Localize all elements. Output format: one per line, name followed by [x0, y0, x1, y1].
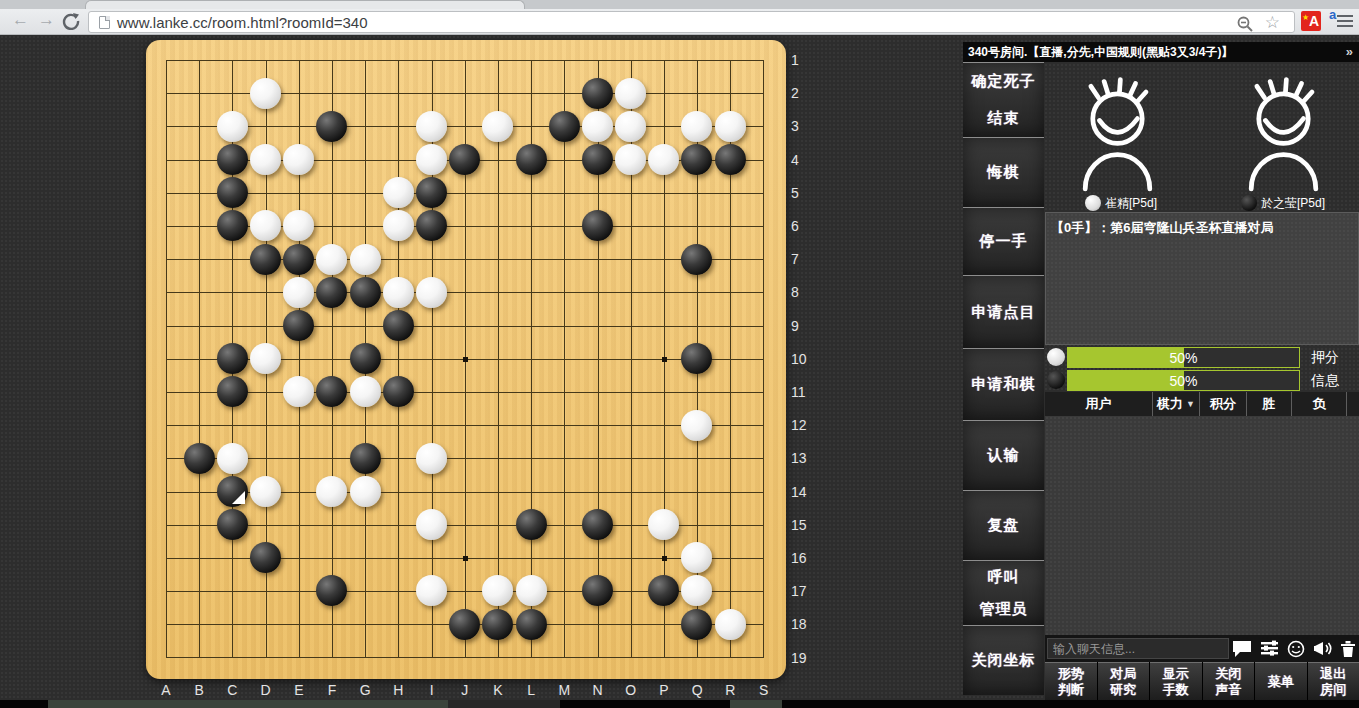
board-intersection[interactable]	[349, 276, 382, 309]
board-intersection[interactable]	[714, 276, 747, 309]
board-intersection[interactable]	[514, 309, 547, 342]
board-intersection[interactable]	[149, 541, 182, 574]
board-intersection[interactable]	[216, 309, 249, 342]
board-intersection[interactable]	[249, 43, 282, 76]
board-intersection[interactable]	[581, 276, 614, 309]
board-intersection[interactable]	[249, 143, 282, 176]
board-intersection[interactable]	[349, 77, 382, 110]
board-intersection[interactable]	[249, 608, 282, 641]
url-bar[interactable]: www.lanke.cc/room.html?roomId=340 ☆	[88, 11, 1295, 33]
board-intersection[interactable]	[315, 541, 348, 574]
zoom-magnifier-icon[interactable]	[1236, 15, 1254, 33]
board-intersection[interactable]	[614, 176, 647, 209]
board-intersection[interactable]	[647, 641, 680, 674]
board-intersection[interactable]	[249, 574, 282, 607]
board-intersection[interactable]	[415, 43, 448, 76]
smiley-icon[interactable]	[1287, 640, 1305, 658]
board-intersection[interactable]	[183, 209, 216, 242]
board-intersection[interactable]	[183, 77, 216, 110]
translate-extension-icon[interactable]: ★ A	[1301, 11, 1321, 31]
board-intersection[interactable]	[548, 209, 581, 242]
board-intersection[interactable]	[614, 541, 647, 574]
board-intersection[interactable]	[747, 143, 780, 176]
board-intersection[interactable]	[249, 209, 282, 242]
active-tab[interactable]	[85, 0, 525, 9]
board-intersection[interactable]	[548, 408, 581, 441]
resign-button[interactable]: 认输	[963, 420, 1044, 490]
board-intersection[interactable]	[680, 408, 713, 441]
board-intersection[interactable]	[149, 375, 182, 408]
board-intersection[interactable]	[282, 143, 315, 176]
board-intersection[interactable]	[315, 243, 348, 276]
megaphone-icon[interactable]	[1313, 640, 1333, 657]
board-intersection[interactable]	[747, 608, 780, 641]
board-intersection[interactable]	[382, 43, 415, 76]
board-intersection[interactable]	[481, 608, 514, 641]
board-intersection[interactable]	[249, 508, 282, 541]
board-intersection[interactable]	[581, 508, 614, 541]
board-intersection[interactable]	[747, 77, 780, 110]
board-intersection[interactable]	[415, 276, 448, 309]
board-intersection[interactable]	[249, 309, 282, 342]
board-intersection[interactable]	[282, 508, 315, 541]
board-intersection[interactable]	[315, 110, 348, 143]
board-intersection[interactable]	[183, 442, 216, 475]
board-intersection[interactable]	[647, 608, 680, 641]
board-intersection[interactable]	[448, 243, 481, 276]
board-intersection[interactable]	[614, 608, 647, 641]
board-intersection[interactable]	[349, 475, 382, 508]
board-intersection[interactable]	[216, 641, 249, 674]
board-intersection[interactable]	[481, 375, 514, 408]
board-intersection[interactable]	[149, 442, 182, 475]
board-intersection[interactable]	[747, 176, 780, 209]
board-intersection[interactable]	[216, 243, 249, 276]
board-intersection[interactable]	[448, 276, 481, 309]
board-intersection[interactable]	[216, 574, 249, 607]
board-intersection[interactable]	[282, 641, 315, 674]
board-intersection[interactable]	[382, 508, 415, 541]
board-intersection[interactable]	[680, 342, 713, 375]
board-intersection[interactable]	[282, 475, 315, 508]
board-intersection[interactable]	[315, 77, 348, 110]
call-admin-button[interactable]: 呼叫 管理员	[963, 560, 1044, 625]
board-intersection[interactable]	[282, 574, 315, 607]
board-intersection[interactable]	[216, 508, 249, 541]
board-intersection[interactable]	[448, 110, 481, 143]
show-move-numbers-button[interactable]: 显示手数	[1150, 662, 1202, 700]
board-intersection[interactable]	[714, 574, 747, 607]
board-intersection[interactable]	[448, 209, 481, 242]
board-intersection[interactable]	[282, 541, 315, 574]
header-losses[interactable]: 负	[1292, 392, 1347, 416]
board-intersection[interactable]	[548, 574, 581, 607]
board-intersection[interactable]	[614, 276, 647, 309]
board-intersection[interactable]	[481, 276, 514, 309]
board-intersection[interactable]	[514, 475, 547, 508]
board-intersection[interactable]	[216, 541, 249, 574]
board-intersection[interactable]	[448, 574, 481, 607]
board-intersection[interactable]	[581, 608, 614, 641]
board-intersection[interactable]	[382, 641, 415, 674]
board-intersection[interactable]	[183, 143, 216, 176]
board-intersection[interactable]	[183, 342, 216, 375]
board-intersection[interactable]	[349, 110, 382, 143]
menu-icon[interactable]	[1337, 15, 1353, 28]
board-intersection[interactable]	[714, 176, 747, 209]
board-intersection[interactable]	[448, 375, 481, 408]
mixer-list-icon[interactable]	[1260, 640, 1279, 657]
board-intersection[interactable]	[514, 243, 547, 276]
board-intersection[interactable]	[315, 342, 348, 375]
board-intersection[interactable]	[183, 276, 216, 309]
board-intersection[interactable]	[614, 243, 647, 276]
board-intersection[interactable]	[514, 342, 547, 375]
board-intersection[interactable]	[481, 110, 514, 143]
board-intersection[interactable]	[481, 176, 514, 209]
board-intersection[interactable]	[183, 110, 216, 143]
board-intersection[interactable]	[315, 143, 348, 176]
board-intersection[interactable]	[382, 309, 415, 342]
board-intersection[interactable]	[382, 276, 415, 309]
board-intersection[interactable]	[581, 541, 614, 574]
board-intersection[interactable]	[680, 276, 713, 309]
board-intersection[interactable]	[349, 342, 382, 375]
board-intersection[interactable]	[714, 143, 747, 176]
board-intersection[interactable]	[714, 608, 747, 641]
board-intersection[interactable]	[183, 43, 216, 76]
board-intersection[interactable]	[415, 375, 448, 408]
board-intersection[interactable]	[382, 442, 415, 475]
board-intersection[interactable]	[514, 276, 547, 309]
board-intersection[interactable]	[614, 475, 647, 508]
back-icon[interactable]: ←	[12, 10, 29, 30]
board-intersection[interactable]	[614, 143, 647, 176]
board-intersection[interactable]	[349, 176, 382, 209]
board-intersection[interactable]	[680, 574, 713, 607]
board-intersection[interactable]	[382, 375, 415, 408]
board-intersection[interactable]	[249, 475, 282, 508]
board-intersection[interactable]	[647, 408, 680, 441]
board-intersection[interactable]	[680, 508, 713, 541]
board-intersection[interactable]	[349, 243, 382, 276]
board-intersection[interactable]	[747, 243, 780, 276]
board-intersection[interactable]	[581, 176, 614, 209]
board-intersection[interactable]	[349, 608, 382, 641]
board-intersection[interactable]	[216, 375, 249, 408]
board-intersection[interactable]	[680, 309, 713, 342]
board-intersection[interactable]	[183, 574, 216, 607]
board-intersection[interactable]	[747, 375, 780, 408]
board-intersection[interactable]	[581, 243, 614, 276]
board-intersection[interactable]	[614, 342, 647, 375]
board-intersection[interactable]	[349, 541, 382, 574]
request-draw-button[interactable]: 申请和棋	[963, 348, 1044, 420]
board-intersection[interactable]	[282, 243, 315, 276]
board-intersection[interactable]	[183, 541, 216, 574]
board-intersection[interactable]	[647, 110, 680, 143]
board-intersection[interactable]	[382, 143, 415, 176]
board-intersection[interactable]	[548, 342, 581, 375]
board-intersection[interactable]	[448, 641, 481, 674]
forward-icon[interactable]: →	[38, 10, 55, 30]
board-intersection[interactable]	[448, 143, 481, 176]
header-rank[interactable]: 棋力▼	[1153, 392, 1200, 416]
board-intersection[interactable]	[448, 43, 481, 76]
board-intersection[interactable]	[382, 209, 415, 242]
board-intersection[interactable]	[548, 77, 581, 110]
board-intersection[interactable]	[514, 442, 547, 475]
header-user[interactable]: 用户	[1045, 392, 1153, 416]
board-intersection[interactable]	[448, 475, 481, 508]
board-intersection[interactable]	[415, 77, 448, 110]
board-intersection[interactable]	[382, 342, 415, 375]
board-intersection[interactable]	[183, 176, 216, 209]
board-intersection[interactable]	[548, 641, 581, 674]
board-intersection[interactable]	[581, 641, 614, 674]
board-intersection[interactable]	[714, 243, 747, 276]
board-intersection[interactable]	[747, 475, 780, 508]
board-intersection[interactable]	[514, 541, 547, 574]
board-intersection[interactable]	[680, 375, 713, 408]
board-intersection[interactable]	[382, 110, 415, 143]
board-intersection[interactable]	[249, 342, 282, 375]
board-intersection[interactable]	[614, 375, 647, 408]
board-intersection[interactable]	[481, 342, 514, 375]
board-intersection[interactable]	[183, 375, 216, 408]
board-intersection[interactable]	[614, 442, 647, 475]
board-intersection[interactable]	[481, 408, 514, 441]
board-intersection[interactable]	[183, 608, 216, 641]
board-intersection[interactable]	[448, 541, 481, 574]
board-intersection[interactable]	[149, 77, 182, 110]
board-intersection[interactable]	[647, 508, 680, 541]
board-intersection[interactable]	[647, 176, 680, 209]
pass-button[interactable]: 停一手	[963, 207, 1044, 275]
board-intersection[interactable]	[315, 209, 348, 242]
board-intersection[interactable]	[714, 541, 747, 574]
board-intersection[interactable]	[714, 43, 747, 76]
board-intersection[interactable]	[514, 574, 547, 607]
board-intersection[interactable]	[548, 475, 581, 508]
board-intersection[interactable]	[714, 442, 747, 475]
board-intersection[interactable]	[448, 176, 481, 209]
header-score[interactable]: 积分	[1200, 392, 1247, 416]
board-intersection[interactable]	[581, 309, 614, 342]
mute-sound-button[interactable]: 关闭声音	[1203, 662, 1255, 700]
board-intersection[interactable]	[249, 243, 282, 276]
board-intersection[interactable]	[581, 574, 614, 607]
board-intersection[interactable]	[282, 408, 315, 441]
board-intersection[interactable]	[548, 375, 581, 408]
board-intersection[interactable]	[548, 309, 581, 342]
board-intersection[interactable]	[548, 143, 581, 176]
board-intersection[interactable]	[282, 176, 315, 209]
board-intersection[interactable]	[282, 342, 315, 375]
board-intersection[interactable]	[747, 641, 780, 674]
board-intersection[interactable]	[216, 209, 249, 242]
board-intersection[interactable]	[249, 110, 282, 143]
board-intersection[interactable]	[282, 77, 315, 110]
board-intersection[interactable]	[747, 342, 780, 375]
board-intersection[interactable]	[481, 43, 514, 76]
board-intersection[interactable]	[581, 209, 614, 242]
board-intersection[interactable]	[747, 541, 780, 574]
board-intersection[interactable]	[548, 541, 581, 574]
confirm-dead-end-button[interactable]: 确定死子 结束	[963, 62, 1044, 137]
board-intersection[interactable]	[614, 77, 647, 110]
board-intersection[interactable]	[216, 143, 249, 176]
board-intersection[interactable]	[415, 143, 448, 176]
board-intersection[interactable]	[249, 641, 282, 674]
board-intersection[interactable]	[315, 276, 348, 309]
board-intersection[interactable]	[514, 608, 547, 641]
board-intersection[interactable]	[514, 176, 547, 209]
board-intersection[interactable]	[714, 77, 747, 110]
board-intersection[interactable]	[315, 641, 348, 674]
board-intersection[interactable]	[415, 641, 448, 674]
board-intersection[interactable]	[647, 209, 680, 242]
board-intersection[interactable]	[149, 176, 182, 209]
board-intersection[interactable]	[581, 408, 614, 441]
board-intersection[interactable]	[514, 375, 547, 408]
board-intersection[interactable]	[747, 508, 780, 541]
board-intersection[interactable]	[581, 442, 614, 475]
board-intersection[interactable]	[680, 77, 713, 110]
board-intersection[interactable]	[249, 408, 282, 441]
board-intersection[interactable]	[149, 508, 182, 541]
board-intersection[interactable]	[149, 110, 182, 143]
board-intersection[interactable]	[415, 475, 448, 508]
board-intersection[interactable]	[149, 276, 182, 309]
board-intersection[interactable]	[680, 641, 713, 674]
board-intersection[interactable]	[249, 442, 282, 475]
chat-bubble-icon[interactable]	[1232, 640, 1252, 657]
board-intersection[interactable]	[614, 574, 647, 607]
board-intersection[interactable]	[481, 641, 514, 674]
board-intersection[interactable]	[581, 143, 614, 176]
board-intersection[interactable]	[714, 209, 747, 242]
board-intersection[interactable]	[282, 442, 315, 475]
board-intersection[interactable]	[680, 209, 713, 242]
board-intersection[interactable]	[614, 408, 647, 441]
board-intersection[interactable]	[415, 574, 448, 607]
header-wins[interactable]: 胜	[1247, 392, 1292, 416]
board-intersection[interactable]	[647, 77, 680, 110]
board-intersection[interactable]	[481, 475, 514, 508]
board-intersection[interactable]	[647, 342, 680, 375]
board-intersection[interactable]	[581, 43, 614, 76]
bookmark-star-icon[interactable]: ☆	[1265, 12, 1280, 33]
board-intersection[interactable]	[349, 408, 382, 441]
board-intersection[interactable]	[415, 508, 448, 541]
position-judge-button[interactable]: 形势判断	[1045, 662, 1097, 700]
board-intersection[interactable]	[448, 442, 481, 475]
board-intersection[interactable]	[514, 508, 547, 541]
board-intersection[interactable]	[747, 574, 780, 607]
board-intersection[interactable]	[282, 309, 315, 342]
board-intersection[interactable]	[680, 110, 713, 143]
board-intersection[interactable]	[315, 375, 348, 408]
board-intersection[interactable]	[514, 43, 547, 76]
board-intersection[interactable]	[714, 475, 747, 508]
board-intersection[interactable]	[183, 508, 216, 541]
board-intersection[interactable]	[349, 209, 382, 242]
board-intersection[interactable]	[647, 143, 680, 176]
board-intersection[interactable]	[714, 508, 747, 541]
board-intersection[interactable]	[183, 641, 216, 674]
board-intersection[interactable]	[747, 276, 780, 309]
board-intersection[interactable]	[680, 43, 713, 76]
board-intersection[interactable]	[249, 176, 282, 209]
board-intersection[interactable]	[315, 43, 348, 76]
board-intersection[interactable]	[282, 43, 315, 76]
board-intersection[interactable]	[448, 77, 481, 110]
board-intersection[interactable]	[448, 342, 481, 375]
board-intersection[interactable]	[714, 641, 747, 674]
board-intersection[interactable]	[415, 243, 448, 276]
board-intersection[interactable]	[282, 608, 315, 641]
board-intersection[interactable]	[647, 475, 680, 508]
board-intersection[interactable]	[249, 375, 282, 408]
board-intersection[interactable]	[216, 276, 249, 309]
board-intersection[interactable]	[349, 574, 382, 607]
board-intersection[interactable]	[481, 143, 514, 176]
board-intersection[interactable]	[382, 574, 415, 607]
board-intersection[interactable]	[714, 342, 747, 375]
board-intersection[interactable]	[614, 209, 647, 242]
board-intersection[interactable]	[415, 110, 448, 143]
bet-label[interactable]: 押分	[1299, 346, 1351, 368]
board-intersection[interactable]	[680, 608, 713, 641]
board-intersection[interactable]	[680, 475, 713, 508]
board-intersection[interactable]	[282, 209, 315, 242]
board-intersection[interactable]	[647, 243, 680, 276]
board-intersection[interactable]	[282, 276, 315, 309]
board-intersection[interactable]	[183, 475, 216, 508]
board-intersection[interactable]	[714, 110, 747, 143]
board-intersection[interactable]	[514, 77, 547, 110]
board-intersection[interactable]	[382, 176, 415, 209]
board-intersection[interactable]	[581, 110, 614, 143]
board-intersection[interactable]	[581, 475, 614, 508]
board-intersection[interactable]	[548, 243, 581, 276]
board-intersection[interactable]	[315, 176, 348, 209]
info-label[interactable]: 信息	[1299, 369, 1351, 391]
trash-icon[interactable]	[1340, 640, 1356, 658]
board-intersection[interactable]	[714, 408, 747, 441]
toggle-coordinates-button[interactable]: 关闭坐标	[963, 625, 1044, 695]
board-intersection[interactable]	[349, 309, 382, 342]
board-intersection[interactable]	[282, 110, 315, 143]
board-intersection[interactable]	[747, 309, 780, 342]
board-intersection[interactable]	[149, 309, 182, 342]
board-intersection[interactable]	[183, 408, 216, 441]
board-intersection[interactable]	[481, 209, 514, 242]
board-intersection[interactable]	[382, 475, 415, 508]
board-intersection[interactable]	[647, 309, 680, 342]
board-intersection[interactable]	[349, 375, 382, 408]
board-intersection[interactable]	[349, 442, 382, 475]
board-intersection[interactable]	[315, 309, 348, 342]
board-intersection[interactable]	[349, 508, 382, 541]
board-intersection[interactable]	[747, 442, 780, 475]
board-intersection[interactable]	[680, 143, 713, 176]
board-intersection[interactable]	[216, 442, 249, 475]
board-intersection[interactable]	[382, 243, 415, 276]
game-research-button[interactable]: 对局研究	[1098, 662, 1150, 700]
board-intersection[interactable]	[680, 442, 713, 475]
